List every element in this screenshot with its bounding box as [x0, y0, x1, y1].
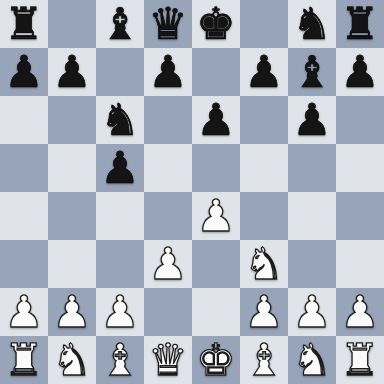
square-c3[interactable]: [96, 240, 144, 288]
square-h8[interactable]: ♜: [336, 0, 384, 48]
white-rook-icon[interactable]: ♜: [340, 336, 379, 384]
white-pawn-icon[interactable]: ♟: [340, 288, 379, 336]
square-a2[interactable]: ♟: [0, 288, 48, 336]
black-knight-icon[interactable]: ♞: [100, 96, 139, 144]
black-pawn-icon[interactable]: ♟: [52, 48, 91, 96]
square-a7[interactable]: ♟: [0, 48, 48, 96]
square-b6[interactable]: [48, 96, 96, 144]
square-f3[interactable]: ♞: [240, 240, 288, 288]
square-a4[interactable]: [0, 192, 48, 240]
square-g2[interactable]: ♟: [288, 288, 336, 336]
square-f2[interactable]: ♟: [240, 288, 288, 336]
black-rook-icon[interactable]: ♜: [340, 0, 379, 48]
white-pawn-icon[interactable]: ♟: [4, 288, 43, 336]
square-h7[interactable]: ♟: [336, 48, 384, 96]
square-h1[interactable]: ♜: [336, 336, 384, 384]
square-f8[interactable]: [240, 0, 288, 48]
square-c6[interactable]: ♞: [96, 96, 144, 144]
square-c8[interactable]: ♝: [96, 0, 144, 48]
square-b8[interactable]: [48, 0, 96, 48]
square-d7[interactable]: ♟: [144, 48, 192, 96]
square-a6[interactable]: [0, 96, 48, 144]
square-h2[interactable]: ♟: [336, 288, 384, 336]
black-pawn-icon[interactable]: ♟: [196, 96, 235, 144]
white-rook-icon[interactable]: ♜: [4, 336, 43, 384]
white-knight-icon[interactable]: ♞: [244, 240, 283, 288]
square-b2[interactable]: ♟: [48, 288, 96, 336]
square-g6[interactable]: ♟: [288, 96, 336, 144]
square-h6[interactable]: [336, 96, 384, 144]
square-d2[interactable]: [144, 288, 192, 336]
square-d3[interactable]: ♟: [144, 240, 192, 288]
square-d8[interactable]: ♛: [144, 0, 192, 48]
square-a1[interactable]: ♜: [0, 336, 48, 384]
square-e1[interactable]: ♚: [192, 336, 240, 384]
square-f7[interactable]: ♟: [240, 48, 288, 96]
chess-board-wrap: ♜♝♛♚♞♜♟♟♟♟♝♟♞♟♟♟♟♟♞♟♟♟♟♟♟♜♞♝♛♚♝♞♜: [0, 0, 384, 384]
square-g8[interactable]: ♞: [288, 0, 336, 48]
black-rook-icon[interactable]: ♜: [4, 0, 43, 48]
black-pawn-icon[interactable]: ♟: [148, 48, 187, 96]
square-c2[interactable]: ♟: [96, 288, 144, 336]
square-d4[interactable]: [144, 192, 192, 240]
square-c1[interactable]: ♝: [96, 336, 144, 384]
black-king-icon[interactable]: ♚: [196, 0, 235, 48]
white-bishop-icon[interactable]: ♝: [100, 336, 139, 384]
square-d6[interactable]: [144, 96, 192, 144]
white-bishop-icon[interactable]: ♝: [244, 336, 283, 384]
square-b3[interactable]: [48, 240, 96, 288]
white-queen-icon[interactable]: ♛: [148, 336, 187, 384]
white-pawn-icon[interactable]: ♟: [244, 288, 283, 336]
square-a5[interactable]: [0, 144, 48, 192]
black-knight-icon[interactable]: ♞: [292, 0, 331, 48]
black-queen-icon[interactable]: ♛: [148, 0, 187, 48]
white-knight-icon[interactable]: ♞: [52, 336, 91, 384]
square-b5[interactable]: [48, 144, 96, 192]
square-h3[interactable]: [336, 240, 384, 288]
square-c4[interactable]: [96, 192, 144, 240]
white-king-icon[interactable]: ♚: [196, 336, 235, 384]
square-g4[interactable]: [288, 192, 336, 240]
square-d5[interactable]: [144, 144, 192, 192]
black-pawn-icon[interactable]: ♟: [340, 48, 379, 96]
square-a8[interactable]: ♜: [0, 0, 48, 48]
square-f4[interactable]: [240, 192, 288, 240]
square-g1[interactable]: ♞: [288, 336, 336, 384]
square-e2[interactable]: [192, 288, 240, 336]
white-pawn-icon[interactable]: ♟: [292, 288, 331, 336]
white-pawn-icon[interactable]: ♟: [148, 240, 187, 288]
square-h4[interactable]: [336, 192, 384, 240]
square-f6[interactable]: [240, 96, 288, 144]
square-e6[interactable]: ♟: [192, 96, 240, 144]
black-pawn-icon[interactable]: ♟: [292, 96, 331, 144]
square-e4[interactable]: ♟: [192, 192, 240, 240]
square-b1[interactable]: ♞: [48, 336, 96, 384]
square-g5[interactable]: [288, 144, 336, 192]
black-bishop-icon[interactable]: ♝: [292, 48, 331, 96]
white-knight-icon[interactable]: ♞: [292, 336, 331, 384]
white-pawn-icon[interactable]: ♟: [52, 288, 91, 336]
black-bishop-icon[interactable]: ♝: [100, 0, 139, 48]
square-g7[interactable]: ♝: [288, 48, 336, 96]
white-pawn-icon[interactable]: ♟: [196, 192, 235, 240]
square-h5[interactable]: [336, 144, 384, 192]
square-f1[interactable]: ♝: [240, 336, 288, 384]
square-e5[interactable]: [192, 144, 240, 192]
square-c5[interactable]: ♟: [96, 144, 144, 192]
square-c7[interactable]: [96, 48, 144, 96]
square-e8[interactable]: ♚: [192, 0, 240, 48]
chess-board: ♜♝♛♚♞♜♟♟♟♟♝♟♞♟♟♟♟♟♞♟♟♟♟♟♟♜♞♝♛♚♝♞♜: [0, 0, 384, 384]
black-pawn-icon[interactable]: ♟: [244, 48, 283, 96]
black-pawn-icon[interactable]: ♟: [100, 144, 139, 192]
square-f5[interactable]: [240, 144, 288, 192]
black-pawn-icon[interactable]: ♟: [4, 48, 43, 96]
square-e3[interactable]: [192, 240, 240, 288]
square-b4[interactable]: [48, 192, 96, 240]
square-b7[interactable]: ♟: [48, 48, 96, 96]
square-a3[interactable]: [0, 240, 48, 288]
white-pawn-icon[interactable]: ♟: [100, 288, 139, 336]
square-e7[interactable]: [192, 48, 240, 96]
square-d1[interactable]: ♛: [144, 336, 192, 384]
square-g3[interactable]: [288, 240, 336, 288]
